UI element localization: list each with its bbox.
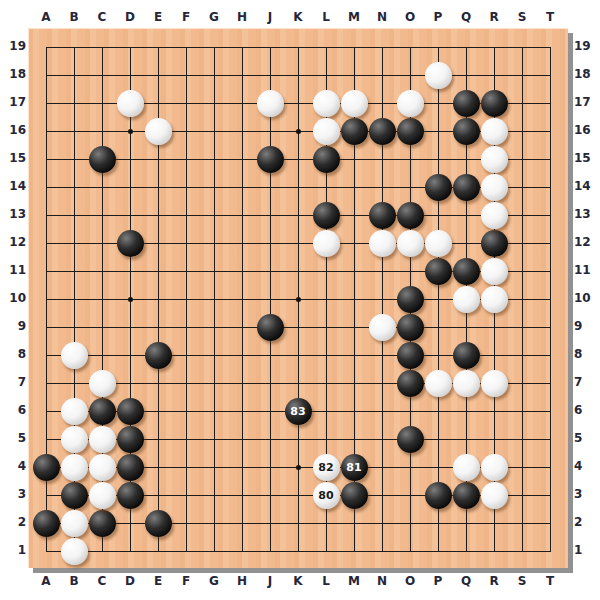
stone-black	[117, 398, 144, 425]
coordinate-label-row: 14	[574, 179, 596, 193]
coordinate-label-column: F	[172, 574, 200, 588]
coordinate-label-row: 15	[4, 151, 26, 165]
coordinate-label-row: 12	[574, 235, 596, 249]
stone-black	[397, 202, 424, 229]
coordinate-label-column: C	[88, 10, 116, 24]
star-point	[128, 297, 133, 302]
stone-black	[145, 510, 172, 537]
coordinate-label-row: 4	[574, 459, 596, 473]
stone-white	[481, 454, 508, 481]
coordinate-label-column: H	[228, 574, 256, 588]
stone-white	[369, 230, 396, 257]
stone-white	[313, 118, 340, 145]
stone-black	[257, 314, 284, 341]
coordinate-label-column: N	[368, 574, 396, 588]
coordinate-label-row: 8	[574, 347, 596, 361]
coordinate-label-row: 6	[574, 403, 596, 417]
coordinate-label-column: M	[340, 10, 368, 24]
stone-white	[397, 90, 424, 117]
coordinate-label-column: Q	[452, 574, 480, 588]
stone-black	[89, 398, 116, 425]
stone-white	[145, 118, 172, 145]
coordinate-label-row: 7	[4, 375, 26, 389]
stone-black	[453, 174, 480, 201]
coordinate-label-row: 2	[574, 515, 596, 529]
stone-black	[89, 146, 116, 173]
stone-white-move-82: 82	[313, 454, 340, 481]
coordinate-label-row: 19	[4, 39, 26, 53]
coordinate-label-column: G	[200, 10, 228, 24]
coordinate-label-row: 3	[574, 487, 596, 501]
coordinate-label-row: 10	[4, 291, 26, 305]
stone-white	[313, 230, 340, 257]
coordinate-label-row: 1	[4, 543, 26, 557]
coordinate-label-row: 3	[4, 487, 26, 501]
stone-black	[313, 146, 340, 173]
stone-black	[453, 90, 480, 117]
stone-white	[61, 398, 88, 425]
coordinate-label-column: S	[508, 10, 536, 24]
coordinate-label-row: 11	[574, 263, 596, 277]
coordinate-label-row: 16	[4, 123, 26, 137]
stone-black	[117, 230, 144, 257]
stone-black	[397, 286, 424, 313]
coordinate-label-row: 15	[574, 151, 596, 165]
coordinate-label-column: O	[396, 574, 424, 588]
coordinate-label-column: A	[32, 10, 60, 24]
stone-white	[257, 90, 284, 117]
coordinate-label-column: J	[256, 10, 284, 24]
stone-black	[117, 426, 144, 453]
stone-white	[481, 202, 508, 229]
stone-white-move-80: 80	[313, 482, 340, 509]
coordinate-label-column: A	[32, 574, 60, 588]
stone-black	[117, 454, 144, 481]
coordinate-label-row: 17	[574, 95, 596, 109]
stone-black-move-81: 81	[341, 454, 368, 481]
stone-black	[89, 510, 116, 537]
go-board[interactable]: 83818280	[28, 28, 568, 568]
stone-white	[453, 286, 480, 313]
stone-black	[145, 342, 172, 369]
stone-black	[397, 426, 424, 453]
stone-white	[61, 342, 88, 369]
stone-black	[369, 118, 396, 145]
grid-line-horizontal	[46, 327, 551, 328]
coordinate-label-row: 19	[574, 39, 596, 53]
coordinate-label-column: O	[396, 10, 424, 24]
coordinate-label-row: 7	[574, 375, 596, 389]
stone-black	[397, 118, 424, 145]
stone-black	[257, 146, 284, 173]
coordinate-label-column: S	[508, 574, 536, 588]
go-board-page: ABCDEFGHJKLMNOPQRST ABCDEFGHJKLMNOPQRST …	[0, 0, 600, 600]
stone-white	[61, 538, 88, 565]
stone-black-move-83: 83	[285, 398, 312, 425]
stone-black	[453, 118, 480, 145]
stone-white	[341, 90, 368, 117]
stone-white	[61, 454, 88, 481]
grid-line-horizontal	[46, 551, 551, 552]
star-point	[128, 129, 133, 134]
stone-black	[425, 482, 452, 509]
grid-line-vertical	[438, 47, 439, 552]
stone-white	[89, 482, 116, 509]
coordinate-label-column: P	[424, 574, 452, 588]
coordinate-label-row: 11	[4, 263, 26, 277]
stone-white	[89, 370, 116, 397]
coordinate-label-column: Q	[452, 10, 480, 24]
coordinate-label-column: K	[284, 574, 312, 588]
coordinate-label-column: T	[536, 574, 564, 588]
coordinate-label-column: G	[200, 574, 228, 588]
coordinate-label-row: 4	[4, 459, 26, 473]
stone-black	[341, 118, 368, 145]
stone-white	[453, 370, 480, 397]
coordinate-label-row: 2	[4, 515, 26, 529]
coordinate-label-column: B	[60, 10, 88, 24]
star-point	[296, 465, 301, 470]
stone-white	[481, 482, 508, 509]
coordinate-label-column: N	[368, 10, 396, 24]
stone-white	[313, 90, 340, 117]
coordinate-label-row: 16	[574, 123, 596, 137]
coordinate-label-column: J	[256, 574, 284, 588]
coordinate-label-row: 13	[574, 207, 596, 221]
coordinate-label-column: C	[88, 574, 116, 588]
coordinate-label-column: B	[60, 574, 88, 588]
stone-white	[89, 426, 116, 453]
stone-black	[481, 90, 508, 117]
stone-white	[481, 174, 508, 201]
stone-black	[313, 202, 340, 229]
star-point	[296, 297, 301, 302]
coordinate-label-row: 12	[4, 235, 26, 249]
coordinate-label-row: 5	[574, 431, 596, 445]
stone-white	[481, 146, 508, 173]
coordinate-label-column: P	[424, 10, 452, 24]
coordinate-label-row: 6	[4, 403, 26, 417]
stone-white	[481, 118, 508, 145]
coordinate-label-column: D	[116, 10, 144, 24]
stone-black	[481, 230, 508, 257]
coordinate-label-row: 18	[4, 67, 26, 81]
stone-black	[397, 314, 424, 341]
coordinate-label-column: E	[144, 574, 172, 588]
stone-white	[425, 62, 452, 89]
coordinate-label-row: 17	[4, 95, 26, 109]
stone-white	[369, 314, 396, 341]
coordinate-label-column: K	[284, 10, 312, 24]
coordinate-label-column: D	[116, 574, 144, 588]
stone-black	[397, 342, 424, 369]
grid-line-vertical	[550, 47, 551, 552]
coordinate-label-column: R	[480, 10, 508, 24]
stone-black	[425, 174, 452, 201]
stone-black	[33, 454, 60, 481]
stone-black	[425, 258, 452, 285]
stone-black	[453, 342, 480, 369]
stone-white	[397, 230, 424, 257]
coordinate-label-row: 10	[574, 291, 596, 305]
stone-white	[425, 370, 452, 397]
stone-white	[61, 426, 88, 453]
coordinate-label-column: F	[172, 10, 200, 24]
stone-black	[61, 482, 88, 509]
coordinate-label-column: R	[480, 574, 508, 588]
coordinate-label-row: 8	[4, 347, 26, 361]
stone-white	[453, 454, 480, 481]
stone-black	[341, 482, 368, 509]
coordinate-label-column: E	[144, 10, 172, 24]
stone-white	[481, 286, 508, 313]
stone-black	[453, 258, 480, 285]
stone-white	[89, 454, 116, 481]
coordinate-label-column: M	[340, 574, 368, 588]
stone-black	[33, 510, 60, 537]
coordinate-label-column: L	[312, 10, 340, 24]
coordinate-label-row: 9	[574, 319, 596, 333]
coordinate-label-row: 9	[4, 319, 26, 333]
coordinate-label-row: 18	[574, 67, 596, 81]
coordinate-label-column: T	[536, 10, 564, 24]
grid-line-horizontal	[46, 523, 551, 524]
stone-black	[117, 482, 144, 509]
stone-white	[425, 230, 452, 257]
stone-black	[397, 370, 424, 397]
stone-black	[369, 202, 396, 229]
stone-white	[481, 370, 508, 397]
coordinate-label-column: L	[312, 574, 340, 588]
coordinate-label-column: H	[228, 10, 256, 24]
coordinate-label-row: 13	[4, 207, 26, 221]
stone-white	[481, 258, 508, 285]
stone-white	[117, 90, 144, 117]
star-point	[296, 129, 301, 134]
coordinate-label-row: 1	[574, 543, 596, 557]
grid-line-vertical	[522, 47, 523, 552]
coordinate-label-row: 14	[4, 179, 26, 193]
stone-black	[453, 482, 480, 509]
stone-white	[61, 510, 88, 537]
coordinate-label-row: 5	[4, 431, 26, 445]
